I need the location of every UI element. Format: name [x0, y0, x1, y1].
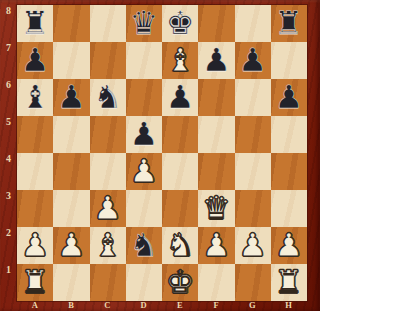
square-e4[interactable]: [162, 153, 198, 190]
square-a2[interactable]: ♟: [17, 227, 53, 264]
square-c2[interactable]: ♝: [90, 227, 126, 264]
square-b1[interactable]: [53, 264, 89, 301]
piece-black-pawn[interactable]: ♟: [275, 81, 304, 113]
square-h4[interactable]: [271, 153, 307, 190]
piece-black-pawn[interactable]: ♟: [21, 44, 50, 76]
file-label-f: F: [198, 300, 234, 311]
square-g8[interactable]: [235, 5, 271, 42]
piece-white-pawn[interactable]: ♟: [130, 155, 159, 187]
piece-white-rook[interactable]: ♜: [21, 266, 50, 298]
piece-white-pawn[interactable]: ♟: [57, 229, 86, 261]
file-label-a: A: [17, 300, 53, 311]
square-d3[interactable]: [126, 190, 162, 227]
piece-white-king[interactable]: ♚: [166, 266, 195, 298]
square-c7[interactable]: [90, 42, 126, 79]
square-c6[interactable]: ♞: [90, 79, 126, 116]
piece-black-pawn[interactable]: ♟: [166, 81, 195, 113]
piece-black-knight[interactable]: ♞: [93, 81, 122, 113]
square-f2[interactable]: ♟: [198, 227, 234, 264]
rank-label-4: 4: [0, 153, 17, 190]
piece-white-queen[interactable]: ♛: [202, 192, 231, 224]
square-h8[interactable]: ♜: [271, 5, 307, 42]
file-label-h: H: [271, 300, 307, 311]
square-g5[interactable]: [235, 116, 271, 153]
file-label-e: E: [162, 300, 198, 311]
rank-label-2: 2: [0, 227, 17, 264]
file-label-b: B: [53, 300, 89, 311]
file-label-c: C: [90, 300, 126, 311]
rank-label-1: 1: [0, 264, 17, 301]
piece-white-pawn[interactable]: ♟: [93, 192, 122, 224]
square-e1[interactable]: ♚: [162, 264, 198, 301]
rank-label-6: 6: [0, 79, 17, 116]
square-a5[interactable]: [17, 116, 53, 153]
piece-white-pawn[interactable]: ♟: [238, 229, 267, 261]
square-e7[interactable]: ♝: [162, 42, 198, 79]
square-c4[interactable]: [90, 153, 126, 190]
square-a8[interactable]: ♜: [17, 5, 53, 42]
square-f4[interactable]: [198, 153, 234, 190]
square-a3[interactable]: [17, 190, 53, 227]
rank-label-8: 8: [0, 5, 17, 42]
square-f3[interactable]: ♛: [198, 190, 234, 227]
chess-board: ♜♛♚♜♟♝♟♟♝♟♞♟♟♟♟♟♛♟♟♝♞♞♟♟♟♜♚♜: [17, 5, 307, 301]
file-label-d: D: [126, 300, 162, 311]
piece-black-bishop[interactable]: ♝: [21, 81, 50, 113]
piece-black-knight[interactable]: ♞: [130, 229, 159, 261]
piece-black-king[interactable]: ♚: [166, 7, 195, 39]
square-g3[interactable]: [235, 190, 271, 227]
square-f7[interactable]: ♟: [198, 42, 234, 79]
piece-white-pawn[interactable]: ♟: [21, 229, 50, 261]
square-f6[interactable]: [198, 79, 234, 116]
square-d1[interactable]: [126, 264, 162, 301]
piece-white-pawn[interactable]: ♟: [275, 229, 304, 261]
square-e3[interactable]: [162, 190, 198, 227]
square-c5[interactable]: [90, 116, 126, 153]
piece-black-pawn[interactable]: ♟: [130, 118, 159, 150]
square-a6[interactable]: ♝: [17, 79, 53, 116]
file-label-g: G: [235, 300, 271, 311]
square-f1[interactable]: [198, 264, 234, 301]
square-d8[interactable]: ♛: [126, 5, 162, 42]
square-f8[interactable]: [198, 5, 234, 42]
square-h7[interactable]: [271, 42, 307, 79]
square-b8[interactable]: [53, 5, 89, 42]
square-c3[interactable]: ♟: [90, 190, 126, 227]
square-h6[interactable]: ♟: [271, 79, 307, 116]
square-f5[interactable]: [198, 116, 234, 153]
square-d6[interactable]: [126, 79, 162, 116]
square-a7[interactable]: ♟: [17, 42, 53, 79]
square-b2[interactable]: ♟: [53, 227, 89, 264]
piece-black-rook[interactable]: ♜: [21, 7, 50, 39]
square-e8[interactable]: ♚: [162, 5, 198, 42]
square-d2[interactable]: ♞: [126, 227, 162, 264]
square-g7[interactable]: ♟: [235, 42, 271, 79]
square-c1[interactable]: [90, 264, 126, 301]
square-g2[interactable]: ♟: [235, 227, 271, 264]
rank-labels: 87654321: [0, 5, 17, 301]
piece-black-pawn[interactable]: ♟: [57, 81, 86, 113]
square-g1[interactable]: [235, 264, 271, 301]
square-h5[interactable]: [271, 116, 307, 153]
rank-label-7: 7: [0, 42, 17, 79]
piece-black-queen[interactable]: ♛: [130, 7, 159, 39]
square-e5[interactable]: [162, 116, 198, 153]
square-e2[interactable]: ♞: [162, 227, 198, 264]
piece-white-pawn[interactable]: ♟: [202, 229, 231, 261]
piece-black-pawn[interactable]: ♟: [202, 44, 231, 76]
rank-label-3: 3: [0, 190, 17, 227]
square-a1[interactable]: ♜: [17, 264, 53, 301]
chess-board-panel: 87654321 ♜♛♚♜♟♝♟♟♝♟♞♟♟♟♟♟♛♟♟♝♞♞♟♟♟♜♚♜ AB…: [0, 0, 320, 311]
square-b6[interactable]: ♟: [53, 79, 89, 116]
square-g6[interactable]: [235, 79, 271, 116]
square-h1[interactable]: ♜: [271, 264, 307, 301]
square-h3[interactable]: [271, 190, 307, 227]
piece-white-knight[interactable]: ♞: [166, 229, 195, 261]
square-b4[interactable]: [53, 153, 89, 190]
square-a4[interactable]: [17, 153, 53, 190]
square-d5[interactable]: ♟: [126, 116, 162, 153]
square-c8[interactable]: [90, 5, 126, 42]
square-e6[interactable]: ♟: [162, 79, 198, 116]
piece-black-pawn[interactable]: ♟: [238, 44, 267, 76]
square-h2[interactable]: ♟: [271, 227, 307, 264]
piece-white-rook[interactable]: ♜: [275, 266, 304, 298]
square-g4[interactable]: [235, 153, 271, 190]
square-d7[interactable]: [126, 42, 162, 79]
rank-label-5: 5: [0, 116, 17, 153]
square-d4[interactable]: ♟: [126, 153, 162, 190]
piece-black-rook[interactable]: ♜: [275, 7, 304, 39]
piece-white-bishop[interactable]: ♝: [93, 229, 122, 261]
file-labels: ABCDEFGH: [17, 300, 307, 311]
square-b5[interactable]: [53, 116, 89, 153]
square-b3[interactable]: [53, 190, 89, 227]
square-b7[interactable]: [53, 42, 89, 79]
piece-white-bishop[interactable]: ♝: [166, 44, 195, 76]
